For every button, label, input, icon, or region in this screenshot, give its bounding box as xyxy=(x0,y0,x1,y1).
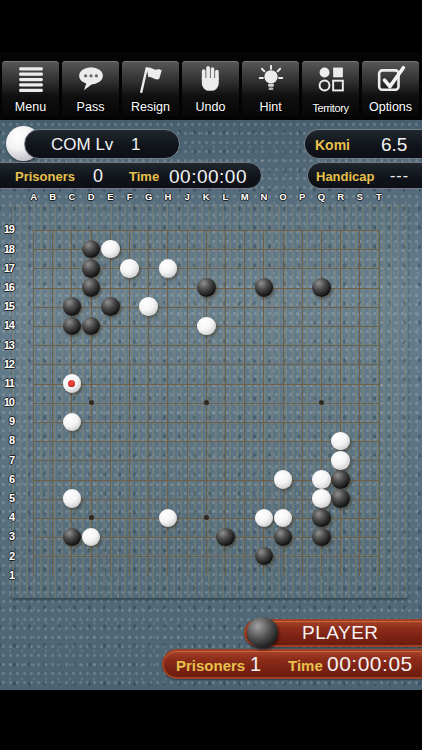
white-stone-F17 xyxy=(120,259,139,278)
column-coordinates: ABCDEFGHJKLMNOPQRST xyxy=(24,190,389,203)
column-label-E: E xyxy=(101,190,120,203)
row-label-3: 3 xyxy=(0,527,16,546)
star-point-Q10 xyxy=(319,400,324,405)
toolbar-button-label: Hint xyxy=(242,100,299,114)
row-coordinates: 19181716151413121110987654321 xyxy=(0,220,16,585)
black-stone-R6 xyxy=(331,470,350,489)
black-stone-O3 xyxy=(274,528,293,547)
handicap-pill: Handicap --- xyxy=(307,162,422,189)
bottom-strip xyxy=(0,690,422,750)
pass-icon xyxy=(62,62,119,96)
black-stone-D16 xyxy=(82,278,101,297)
com-prisoners-label: Prisoners xyxy=(15,169,75,184)
column-label-C: C xyxy=(62,190,81,203)
star-point-D4 xyxy=(89,515,94,520)
row-label-17: 17 xyxy=(0,259,16,278)
player-prisoners-value: 1 xyxy=(250,653,261,676)
white-stone-K14 xyxy=(197,317,216,336)
toolbar-button-resign[interactable]: Resign xyxy=(122,61,179,117)
row-label-5: 5 xyxy=(0,489,16,508)
row-label-7: 7 xyxy=(0,451,16,470)
goban-grid[interactable] xyxy=(24,220,389,585)
black-stone-Q4 xyxy=(312,509,331,528)
row-label-18: 18 xyxy=(0,240,16,259)
com-prisoners-value: 0 xyxy=(93,166,103,187)
row-label-8: 8 xyxy=(0,431,16,450)
row-label-6: 6 xyxy=(0,470,16,489)
white-stone-O6 xyxy=(274,470,293,489)
row-label-13: 13 xyxy=(0,336,16,355)
player-name-label: PLAYER xyxy=(302,622,379,644)
white-stone-C9 xyxy=(63,413,82,432)
toolbar-button-undo[interactable]: Undo xyxy=(182,61,239,117)
black-stone-E15 xyxy=(101,297,120,316)
toolbar-button-hint[interactable]: Hint xyxy=(242,61,299,117)
column-label-G: G xyxy=(139,190,158,203)
black-stone-D14 xyxy=(82,317,101,336)
white-stone-Q6 xyxy=(312,470,331,489)
column-label-H: H xyxy=(158,190,177,203)
territory-icon xyxy=(302,62,359,96)
toolbar-button-label: Menu xyxy=(2,100,59,114)
com-prisoners-pill: Prisoners 0 Time 00:00:00 xyxy=(0,162,262,189)
black-stone-K16 xyxy=(197,278,216,297)
white-stone-C11 xyxy=(63,374,82,393)
player-time-value: 00:00:05 xyxy=(327,652,413,676)
white-stone-H4 xyxy=(159,509,178,528)
white-stone-D3 xyxy=(82,528,101,547)
column-label-N: N xyxy=(254,190,273,203)
com-level-value: 1 xyxy=(131,135,140,155)
black-stone-N2 xyxy=(255,547,274,566)
black-stone-R5 xyxy=(331,489,350,508)
black-stone-C15 xyxy=(63,297,82,316)
resign-icon xyxy=(122,62,179,96)
row-label-1: 1 xyxy=(0,566,16,585)
column-label-P: P xyxy=(293,190,312,203)
status-bar-strip xyxy=(0,0,422,52)
toolbar: MenuPassResignUndoHintTerritoryOptions xyxy=(0,52,422,120)
white-stone-C5 xyxy=(63,489,82,508)
undo-icon xyxy=(182,62,239,96)
row-label-14: 14 xyxy=(0,316,16,335)
white-stone-E18 xyxy=(101,240,120,259)
menu-icon xyxy=(2,62,59,96)
com-time-label: Time xyxy=(129,169,159,184)
column-label-F: F xyxy=(120,190,139,203)
toolbar-button-options[interactable]: Options xyxy=(362,61,419,117)
black-stone-D17 xyxy=(82,259,101,278)
toolbar-button-menu[interactable]: Menu xyxy=(2,61,59,117)
white-stone-G15 xyxy=(139,297,158,316)
column-label-D: D xyxy=(82,190,101,203)
star-point-K10 xyxy=(204,400,209,405)
com-name-label: COM Lv xyxy=(51,135,113,155)
column-label-T: T xyxy=(369,190,388,203)
white-stone-Q5 xyxy=(312,489,331,508)
black-stone-N16 xyxy=(255,278,274,297)
komi-pill: Komi 6.5 xyxy=(304,129,422,159)
toolbar-button-label: Resign xyxy=(122,100,179,114)
player-time-label: Time xyxy=(288,657,323,674)
black-stone-Q16 xyxy=(312,278,331,297)
column-label-R: R xyxy=(331,190,350,203)
row-label-19: 19 xyxy=(0,220,16,239)
black-stone-L3 xyxy=(216,528,235,547)
row-label-12: 12 xyxy=(0,355,16,374)
column-label-B: B xyxy=(43,190,62,203)
star-point-K4 xyxy=(204,515,209,520)
row-label-9: 9 xyxy=(0,412,16,431)
handicap-value: --- xyxy=(390,167,409,185)
column-label-K: K xyxy=(197,190,216,203)
toolbar-button-pass[interactable]: Pass xyxy=(62,61,119,117)
handicap-label: Handicap xyxy=(316,169,375,184)
row-label-16: 16 xyxy=(0,278,16,297)
row-label-2: 2 xyxy=(0,547,16,566)
black-stone-D18 xyxy=(82,240,101,259)
column-label-A: A xyxy=(24,190,43,203)
last-move-marker xyxy=(68,380,75,387)
column-label-L: L xyxy=(216,190,235,203)
white-stone-O4 xyxy=(274,509,293,528)
black-stone-Q3 xyxy=(312,528,331,547)
player-prisoners-bar: Prisoners 1 Time 00:00:05 xyxy=(162,649,422,679)
komi-label: Komi xyxy=(315,137,350,153)
player-prisoners-label: Prisoners xyxy=(176,657,245,674)
column-label-O: O xyxy=(273,190,292,203)
black-stone-icon xyxy=(247,617,278,648)
toolbar-button-label: Pass xyxy=(62,100,119,114)
white-stone-N4 xyxy=(255,509,274,528)
star-point-D10 xyxy=(89,400,94,405)
toolbar-button-label: Undo xyxy=(182,100,239,114)
row-label-10: 10 xyxy=(0,393,16,412)
column-label-M: M xyxy=(235,190,254,203)
komi-value: 6.5 xyxy=(381,134,407,156)
black-stone-C14 xyxy=(63,317,82,336)
black-stone-C3 xyxy=(63,528,82,547)
hint-icon xyxy=(242,62,299,96)
white-stone-R8 xyxy=(331,432,350,451)
toolbar-button-territory[interactable]: Territory xyxy=(302,61,359,117)
row-label-4: 4 xyxy=(0,508,16,527)
column-label-Q: Q xyxy=(312,190,331,203)
column-label-S: S xyxy=(350,190,369,203)
column-label-J: J xyxy=(178,190,197,203)
row-label-11: 11 xyxy=(0,374,16,393)
go-app-screen: MenuPassResignUndoHintTerritoryOptions C… xyxy=(0,0,422,750)
toolbar-button-label: Options xyxy=(362,100,419,114)
white-stone-H17 xyxy=(159,259,178,278)
options-icon xyxy=(362,62,419,96)
row-label-15: 15 xyxy=(0,297,16,316)
white-stone-R7 xyxy=(331,451,350,470)
com-level-pill: COM Lv 1 xyxy=(24,129,180,159)
toolbar-button-label: Territory xyxy=(302,102,359,114)
com-time-value: 00:00:00 xyxy=(169,166,247,188)
